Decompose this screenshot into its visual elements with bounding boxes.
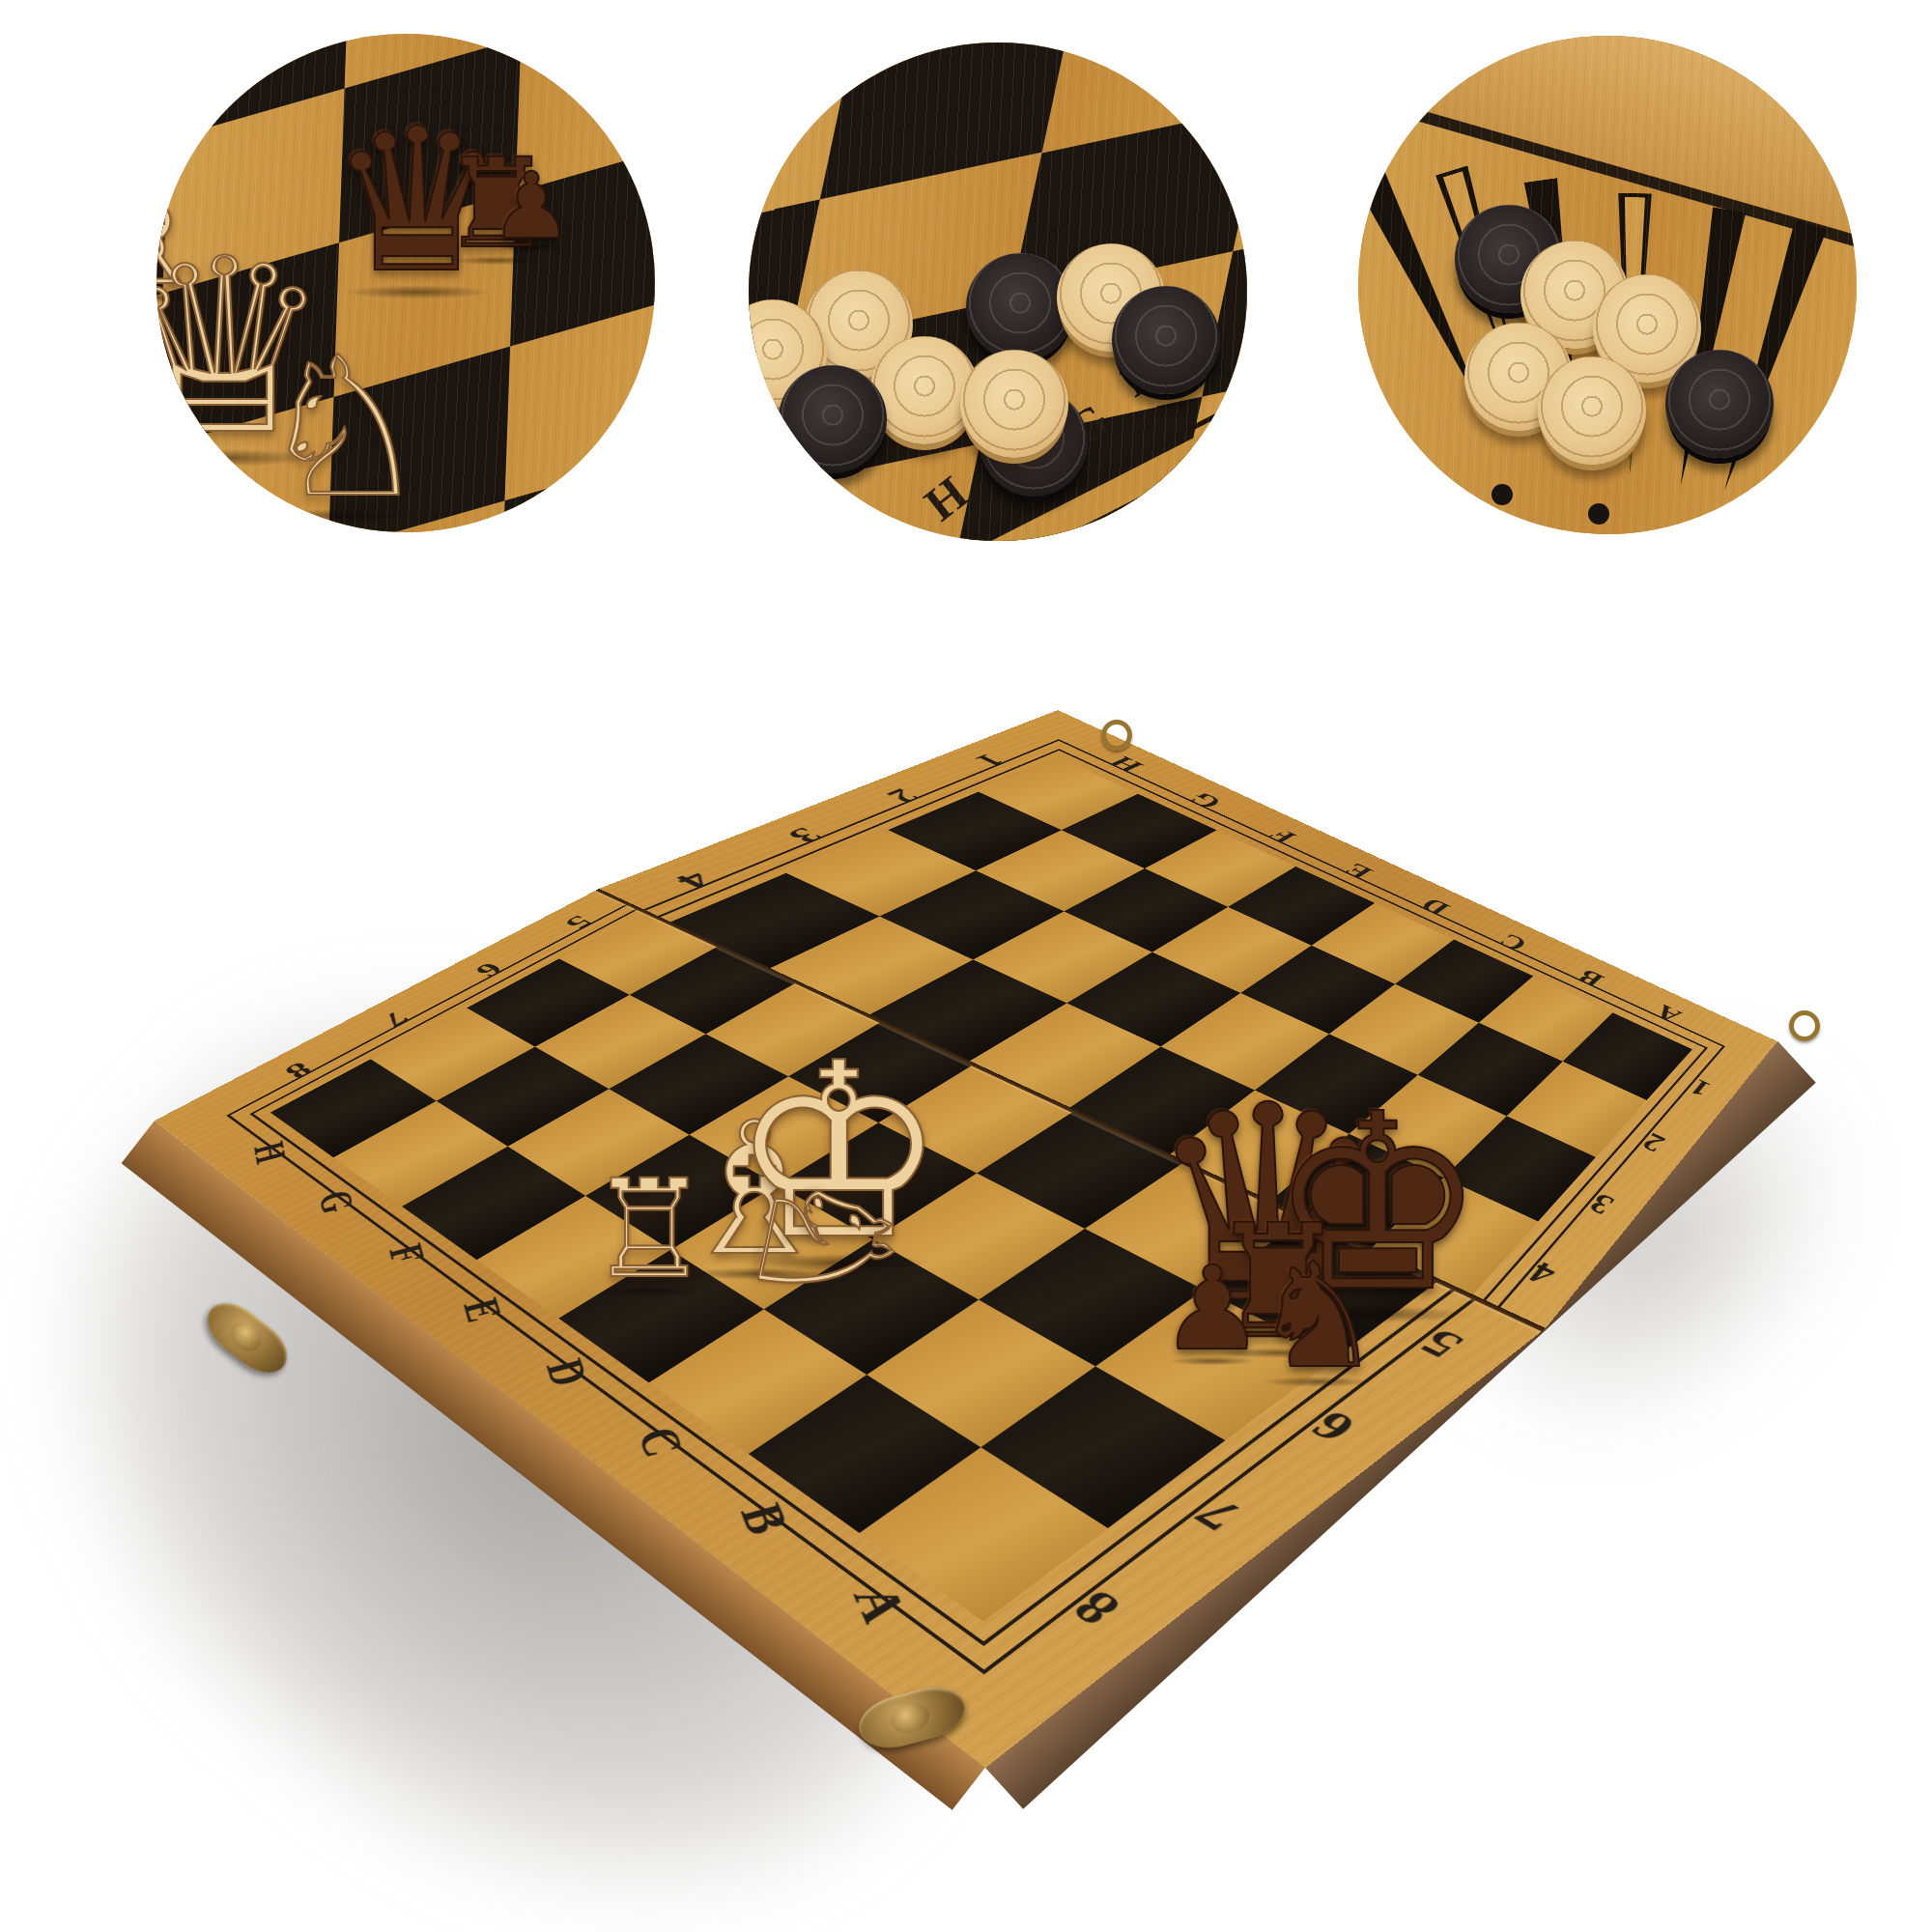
coordinate-label: 3 bbox=[1582, 1187, 1621, 1221]
coordinate-label: D bbox=[1414, 894, 1457, 919]
coordinate-label: F bbox=[379, 1238, 437, 1269]
backgammon-discs bbox=[1358, 36, 1857, 534]
coordinate-label: 4 bbox=[665, 867, 724, 895]
coordinate-label: 4 bbox=[1520, 1255, 1563, 1293]
inset-chess-pieces: ♗♕♘♛♜♟ bbox=[156, 34, 655, 532]
coordinate-label: 3 bbox=[778, 823, 833, 847]
coordinate-label: 5 bbox=[1407, 1321, 1476, 1367]
coordinate-label: 2 bbox=[1636, 1127, 1672, 1158]
light-knight-icon: ♘ bbox=[257, 331, 430, 525]
coordinate-label: 5 bbox=[557, 912, 600, 933]
coordinate-label: 2 bbox=[877, 784, 928, 807]
dark-checker bbox=[779, 365, 887, 473]
coordinate-label: 1 bbox=[1684, 1074, 1716, 1102]
dark-checker bbox=[1665, 350, 1774, 458]
coordinate-label: A bbox=[1650, 1000, 1688, 1028]
coordinate-label: H bbox=[244, 1137, 298, 1168]
coordinate-label: 6 bbox=[468, 958, 510, 981]
coordinate-label: E bbox=[452, 1293, 514, 1327]
light-checker bbox=[960, 350, 1068, 458]
coordinate-label: 1 bbox=[966, 750, 1013, 771]
coordinate-label: G bbox=[1180, 789, 1229, 812]
inset-checkers-closeup: HGF bbox=[749, 43, 1247, 541]
inset-chess-closeup: ♗♕♘♛♜♟ bbox=[156, 34, 655, 532]
coordinate-label: F bbox=[1261, 825, 1303, 847]
inset-checker-discs bbox=[749, 43, 1247, 541]
coordinate-label: A bbox=[839, 1579, 923, 1630]
coordinate-label: 8 bbox=[1059, 1580, 1134, 1636]
brass-ring-icon bbox=[1101, 720, 1132, 751]
point-dot bbox=[1395, 455, 1416, 476]
coordinate-label: D bbox=[534, 1352, 601, 1391]
coordinate-label: B bbox=[727, 1497, 804, 1541]
coordinate-label: 7 bbox=[375, 1008, 417, 1032]
brass-ring-icon bbox=[1789, 1010, 1820, 1041]
coordinate-label: 8 bbox=[277, 1058, 319, 1084]
coordinate-label: H bbox=[1101, 753, 1151, 776]
coordinate-label: 7 bbox=[1182, 1489, 1256, 1541]
light-checker bbox=[1538, 356, 1646, 465]
coordinate-label: C bbox=[626, 1421, 697, 1463]
dark-pawn-icon: ♟ bbox=[490, 160, 572, 252]
coordinate-label: G bbox=[309, 1185, 365, 1218]
coordinate-label: C bbox=[1492, 929, 1533, 955]
dark-checker bbox=[1112, 286, 1220, 394]
coordinate-label: 6 bbox=[1298, 1403, 1369, 1451]
inset-backgammon-closeup bbox=[1358, 36, 1857, 534]
coordinate-label: E bbox=[1337, 859, 1379, 883]
coordinate-label: B bbox=[1572, 965, 1609, 991]
